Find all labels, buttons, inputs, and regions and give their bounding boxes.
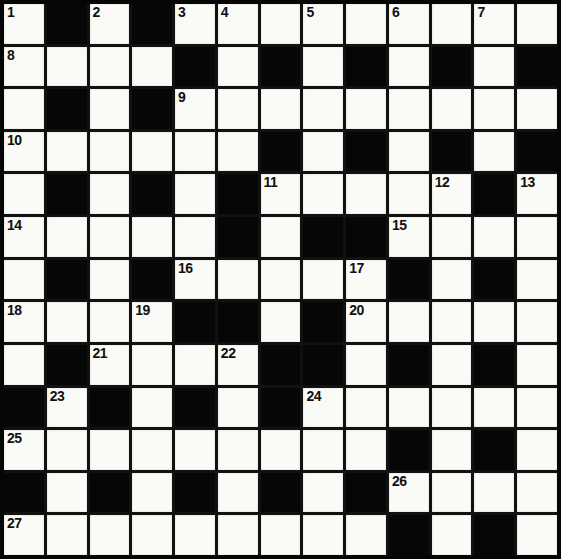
black-cell-r8c8 <box>303 302 343 342</box>
clue-number-25: 25 <box>7 430 22 447</box>
white-cell-r11c7[interactable] <box>261 430 301 470</box>
white-cell-r4c2[interactable] <box>47 132 87 172</box>
white-cell-r8c12[interactable] <box>474 302 514 342</box>
white-cell-r7c9[interactable]: 17 <box>346 260 386 300</box>
white-cell-r1c5[interactable]: 3 <box>175 4 215 44</box>
white-cell-r6c1[interactable]: 14 <box>4 217 44 257</box>
black-cell-r5c4 <box>132 174 172 214</box>
white-cell-r4c8[interactable] <box>303 132 343 172</box>
white-cell-r11c5[interactable] <box>175 430 215 470</box>
clue-number-8: 8 <box>7 47 14 64</box>
white-cell-r1c3[interactable]: 2 <box>90 4 130 44</box>
clue-number-19: 19 <box>135 302 150 319</box>
white-cell-r3c5[interactable]: 9 <box>175 89 215 129</box>
white-cell-r10c11[interactable] <box>432 388 472 428</box>
white-cell-r2c12[interactable] <box>474 47 514 87</box>
white-cell-r9c3[interactable]: 21 <box>90 345 130 385</box>
clue-number-12: 12 <box>435 174 450 191</box>
white-cell-r6c12[interactable] <box>474 217 514 257</box>
white-cell-r3c10[interactable] <box>389 89 429 129</box>
black-cell-r2c11 <box>432 47 472 87</box>
white-cell-r7c11[interactable] <box>432 260 472 300</box>
white-cell-r8c4[interactable]: 19 <box>132 302 172 342</box>
white-cell-r7c1[interactable] <box>4 260 44 300</box>
black-cell-r2c9 <box>346 47 386 87</box>
black-cell-r12c7 <box>261 473 301 513</box>
white-cell-r13c13[interactable] <box>517 515 557 555</box>
white-cell-r10c12[interactable] <box>474 388 514 428</box>
white-cell-r10c4[interactable] <box>132 388 172 428</box>
clue-number-3: 3 <box>178 4 185 21</box>
clue-number-27: 27 <box>7 515 22 532</box>
white-cell-r10c6[interactable] <box>218 388 258 428</box>
black-cell-r4c11 <box>432 132 472 172</box>
white-cell-r5c7[interactable]: 11 <box>261 174 301 214</box>
black-cell-r2c5 <box>175 47 215 87</box>
white-cell-r5c9[interactable] <box>346 174 386 214</box>
white-cell-r9c13[interactable] <box>517 345 557 385</box>
clue-number-15: 15 <box>392 217 407 234</box>
white-cell-r3c3[interactable] <box>90 89 130 129</box>
black-cell-r10c5 <box>175 388 215 428</box>
white-cell-r2c3[interactable] <box>90 47 130 87</box>
clue-number-21: 21 <box>93 345 108 362</box>
white-cell-r3c7[interactable] <box>261 89 301 129</box>
clue-number-14: 14 <box>7 217 22 234</box>
white-cell-r12c12[interactable] <box>474 473 514 513</box>
white-cell-r8c13[interactable] <box>517 302 557 342</box>
black-cell-r9c10 <box>389 345 429 385</box>
clue-number-13: 13 <box>520 174 535 191</box>
white-cell-r7c8[interactable] <box>303 260 343 300</box>
clue-number-10: 10 <box>7 132 22 149</box>
clue-number-5: 5 <box>306 4 313 21</box>
black-cell-r9c7 <box>261 345 301 385</box>
clue-number-4: 4 <box>221 4 228 21</box>
white-cell-r9c1[interactable] <box>4 345 44 385</box>
white-cell-r4c5[interactable] <box>175 132 215 172</box>
white-cell-r4c1[interactable]: 10 <box>4 132 44 172</box>
white-cell-r13c3[interactable] <box>90 515 130 555</box>
white-cell-r4c6[interactable] <box>218 132 258 172</box>
white-cell-r10c13[interactable] <box>517 388 557 428</box>
white-cell-r11c8[interactable] <box>303 430 343 470</box>
white-cell-r8c10[interactable] <box>389 302 429 342</box>
clue-number-1: 1 <box>7 4 14 21</box>
white-cell-r9c6[interactable]: 22 <box>218 345 258 385</box>
clue-number-7: 7 <box>477 4 484 21</box>
black-cell-r6c9 <box>346 217 386 257</box>
white-cell-r4c12[interactable] <box>474 132 514 172</box>
black-cell-r3c4 <box>132 89 172 129</box>
white-cell-r3c11[interactable] <box>432 89 472 129</box>
black-cell-r7c10 <box>389 260 429 300</box>
white-cell-r10c9[interactable] <box>346 388 386 428</box>
black-cell-r4c7 <box>261 132 301 172</box>
clue-number-9: 9 <box>178 89 185 106</box>
black-cell-r5c12 <box>474 174 514 214</box>
white-cell-r12c2[interactable] <box>47 473 87 513</box>
black-cell-r5c6 <box>218 174 258 214</box>
clue-number-23: 23 <box>50 388 65 405</box>
crossword-grid: 1234567891011121314151617181920212223242… <box>0 0 561 559</box>
white-cell-r13c9[interactable] <box>346 515 386 555</box>
white-cell-r6c11[interactable] <box>432 217 472 257</box>
clue-number-26: 26 <box>392 473 407 490</box>
black-cell-r7c2 <box>47 260 87 300</box>
black-cell-r4c9 <box>346 132 386 172</box>
white-cell-r12c11[interactable] <box>432 473 472 513</box>
white-cell-r5c3[interactable] <box>90 174 130 214</box>
black-cell-r7c12 <box>474 260 514 300</box>
white-cell-r1c13[interactable] <box>517 4 557 44</box>
white-cell-r11c13[interactable] <box>517 430 557 470</box>
clue-number-18: 18 <box>7 302 22 319</box>
white-cell-r2c6[interactable] <box>218 47 258 87</box>
white-cell-r13c7[interactable] <box>261 515 301 555</box>
white-cell-r1c1[interactable]: 1 <box>4 4 44 44</box>
white-cell-r3c12[interactable] <box>474 89 514 129</box>
white-cell-r2c4[interactable] <box>132 47 172 87</box>
white-cell-r12c6[interactable] <box>218 473 258 513</box>
white-cell-r3c9[interactable] <box>346 89 386 129</box>
white-cell-r8c1[interactable]: 18 <box>4 302 44 342</box>
white-cell-r2c10[interactable] <box>389 47 429 87</box>
white-cell-r9c4[interactable] <box>132 345 172 385</box>
black-cell-r12c3 <box>90 473 130 513</box>
black-cell-r4c13 <box>517 132 557 172</box>
white-cell-r7c6[interactable] <box>218 260 258 300</box>
black-cell-r6c6 <box>218 217 258 257</box>
white-cell-r1c11[interactable] <box>432 4 472 44</box>
white-cell-r13c2[interactable] <box>47 515 87 555</box>
white-cell-r5c1[interactable] <box>4 174 44 214</box>
black-cell-r8c6 <box>218 302 258 342</box>
clue-number-22: 22 <box>221 345 236 362</box>
white-cell-r8c2[interactable] <box>47 302 87 342</box>
white-cell-r4c4[interactable] <box>132 132 172 172</box>
white-cell-r6c7[interactable] <box>261 217 301 257</box>
white-cell-r6c2[interactable] <box>47 217 87 257</box>
white-cell-r5c5[interactable] <box>175 174 215 214</box>
black-cell-r2c7 <box>261 47 301 87</box>
white-cell-r11c3[interactable] <box>90 430 130 470</box>
crossword-puzzle: 1234567891011121314151617181920212223242… <box>0 0 561 559</box>
white-cell-r12c10[interactable]: 26 <box>389 473 429 513</box>
white-cell-r12c13[interactable] <box>517 473 557 513</box>
white-cell-r10c8[interactable]: 24 <box>303 388 343 428</box>
white-cell-r10c10[interactable] <box>389 388 429 428</box>
white-cell-r13c6[interactable] <box>218 515 258 555</box>
white-cell-r1c8[interactable]: 5 <box>303 4 343 44</box>
black-cell-r7c4 <box>132 260 172 300</box>
black-cell-r5c2 <box>47 174 87 214</box>
white-cell-r5c10[interactable] <box>389 174 429 214</box>
white-cell-r9c9[interactable] <box>346 345 386 385</box>
white-cell-r7c5[interactable]: 16 <box>175 260 215 300</box>
black-cell-r3c2 <box>47 89 87 129</box>
black-cell-r6c8 <box>303 217 343 257</box>
white-cell-r1c12[interactable]: 7 <box>474 4 514 44</box>
white-cell-r4c10[interactable] <box>389 132 429 172</box>
white-cell-r1c7[interactable] <box>261 4 301 44</box>
black-cell-r12c1 <box>4 473 44 513</box>
white-cell-r6c13[interactable] <box>517 217 557 257</box>
black-cell-r9c8 <box>303 345 343 385</box>
black-cell-r1c4 <box>132 4 172 44</box>
black-cell-r8c5 <box>175 302 215 342</box>
white-cell-r11c9[interactable] <box>346 430 386 470</box>
white-cell-r8c7[interactable] <box>261 302 301 342</box>
black-cell-r10c1 <box>4 388 44 428</box>
white-cell-r3c1[interactable] <box>4 89 44 129</box>
white-cell-r11c11[interactable] <box>432 430 472 470</box>
white-cell-r8c9[interactable]: 20 <box>346 302 386 342</box>
white-cell-r13c5[interactable] <box>175 515 215 555</box>
white-cell-r2c8[interactable] <box>303 47 343 87</box>
white-cell-r13c11[interactable] <box>432 515 472 555</box>
white-cell-r8c3[interactable] <box>90 302 130 342</box>
white-cell-r3c13[interactable] <box>517 89 557 129</box>
black-cell-r11c10 <box>389 430 429 470</box>
clue-number-24: 24 <box>306 388 321 405</box>
white-cell-r7c13[interactable] <box>517 260 557 300</box>
white-cell-r5c8[interactable] <box>303 174 343 214</box>
white-cell-r5c11[interactable]: 12 <box>432 174 472 214</box>
white-cell-r12c8[interactable] <box>303 473 343 513</box>
black-cell-r13c10 <box>389 515 429 555</box>
white-cell-r4c3[interactable] <box>90 132 130 172</box>
white-cell-r2c2[interactable] <box>47 47 87 87</box>
black-cell-r12c9 <box>346 473 386 513</box>
white-cell-r6c3[interactable] <box>90 217 130 257</box>
black-cell-r12c5 <box>175 473 215 513</box>
white-cell-r11c1[interactable]: 25 <box>4 430 44 470</box>
clue-number-6: 6 <box>392 4 399 21</box>
black-cell-r13c12 <box>474 515 514 555</box>
clue-number-20: 20 <box>349 302 364 319</box>
white-cell-r1c6[interactable]: 4 <box>218 4 258 44</box>
white-cell-r11c2[interactable] <box>47 430 87 470</box>
white-cell-r11c4[interactable] <box>132 430 172 470</box>
clue-number-16: 16 <box>178 260 193 277</box>
clue-number-11: 11 <box>264 174 278 191</box>
white-cell-r10c2[interactable]: 23 <box>47 388 87 428</box>
white-cell-r13c8[interactable] <box>303 515 343 555</box>
clue-number-17: 17 <box>349 260 364 277</box>
black-cell-r10c7 <box>261 388 301 428</box>
black-cell-r2c13 <box>517 47 557 87</box>
white-cell-r7c3[interactable] <box>90 260 130 300</box>
white-cell-r12c4[interactable] <box>132 473 172 513</box>
black-cell-r11c12 <box>474 430 514 470</box>
white-cell-r13c1[interactable]: 27 <box>4 515 44 555</box>
white-cell-r8c11[interactable] <box>432 302 472 342</box>
white-cell-r6c4[interactable] <box>132 217 172 257</box>
white-cell-r2c1[interactable]: 8 <box>4 47 44 87</box>
white-cell-r13c4[interactable] <box>132 515 172 555</box>
white-cell-r6c5[interactable] <box>175 217 215 257</box>
white-cell-r9c5[interactable] <box>175 345 215 385</box>
white-cell-r3c8[interactable] <box>303 89 343 129</box>
black-cell-r1c2 <box>47 4 87 44</box>
white-cell-r11c6[interactable] <box>218 430 258 470</box>
black-cell-r9c12 <box>474 345 514 385</box>
black-cell-r10c3 <box>90 388 130 428</box>
clue-number-2: 2 <box>93 4 100 21</box>
white-cell-r1c9[interactable] <box>346 4 386 44</box>
black-cell-r9c2 <box>47 345 87 385</box>
white-cell-r7c7[interactable] <box>261 260 301 300</box>
white-cell-r3c6[interactable] <box>218 89 258 129</box>
white-cell-r6c10[interactable]: 15 <box>389 217 429 257</box>
white-cell-r9c11[interactable] <box>432 345 472 385</box>
white-cell-r1c10[interactable]: 6 <box>389 4 429 44</box>
white-cell-r5c13[interactable]: 13 <box>517 174 557 214</box>
